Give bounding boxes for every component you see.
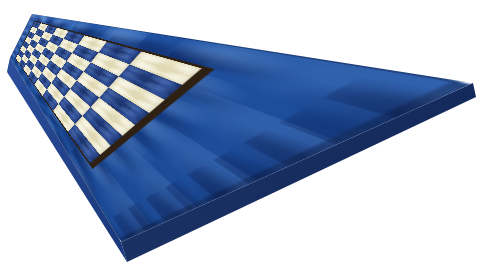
photo-background: [0, 0, 480, 267]
